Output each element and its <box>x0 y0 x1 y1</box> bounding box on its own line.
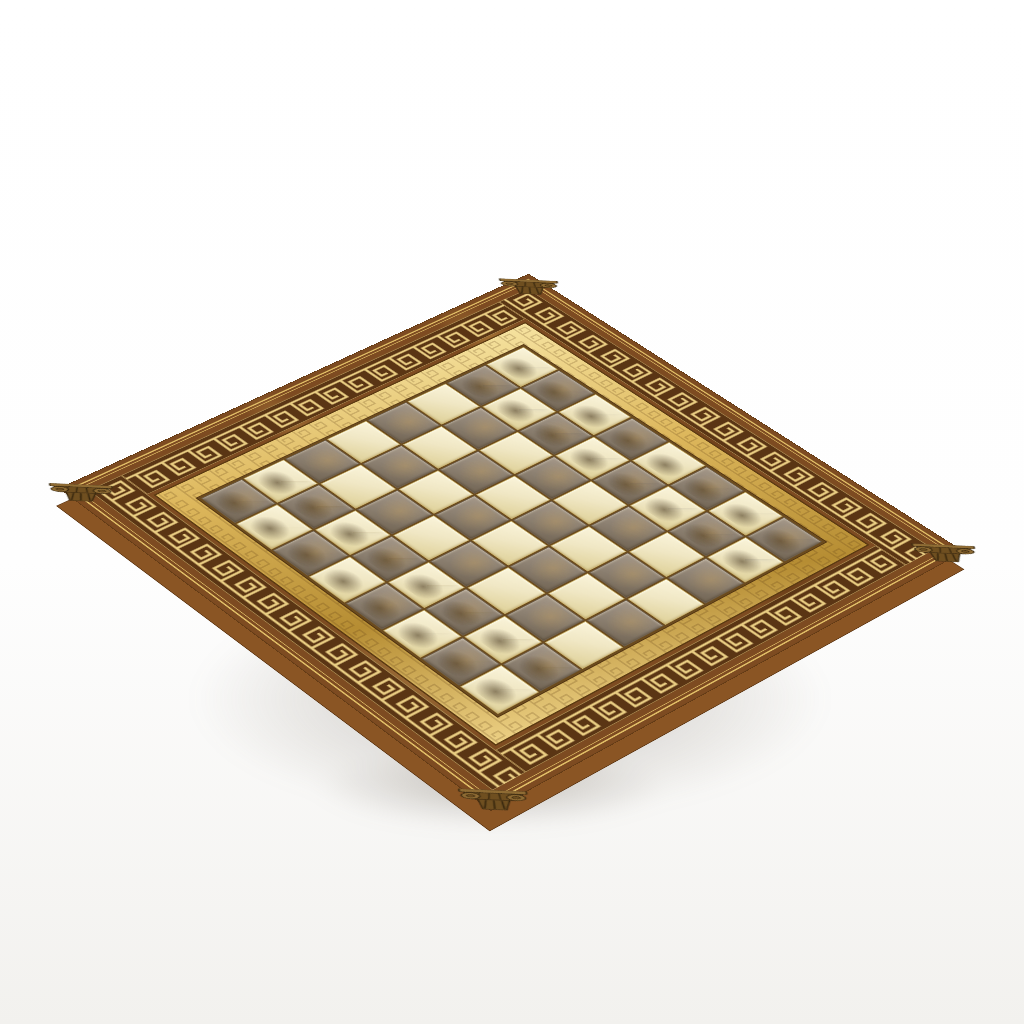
board-frame: ♜♞♝♛♚♝♞♜♟♟♟♟♟♟♟♟♟♟♟♟♟♟♟♟♜♞♝♛♚♝♞♜ <box>60 274 963 810</box>
piece-glyph: ♟ <box>703 473 788 568</box>
photo-background: ♜♞♝♛♚♝♞♜♟♟♟♟♟♟♟♟♟♟♟♟♟♟♟♟♜♞♝♛♚♝♞♜ <box>0 0 1024 1024</box>
chess-board: ♜♞♝♛♚♝♞♜♟♟♟♟♟♟♟♟♟♟♟♟♟♟♟♟♜♞♝♛♚♝♞♜ <box>60 274 963 810</box>
camera-roll: ♜♞♝♛♚♝♞♜♟♟♟♟♟♟♟♟♟♟♟♟♟♟♟♟♜♞♝♛♚♝♞♜ <box>0 0 1024 1024</box>
ionic-capital-foot-icon <box>498 278 561 295</box>
piece-glyph: ♜ <box>451 590 547 697</box>
perspective-scene: ♜♞♝♛♚♝♞♜♟♟♟♟♟♟♟♟♟♟♟♟♟♟♟♟♜♞♝♛♚♝♞♜ <box>0 0 1024 1024</box>
